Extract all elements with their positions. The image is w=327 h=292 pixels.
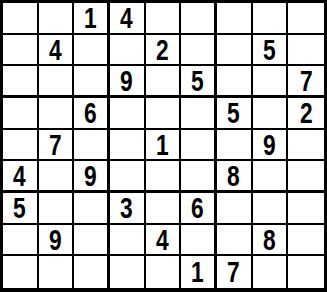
cell-r4c7[interactable]: 5: [217, 98, 253, 130]
cell-r5c6[interactable]: [181, 130, 217, 162]
cell-r1c5[interactable]: [146, 3, 182, 35]
given-digit: 5: [13, 193, 26, 223]
cell-r2c7[interactable]: [217, 35, 253, 67]
cell-r1c4[interactable]: 4: [110, 3, 146, 35]
given-digit: 9: [120, 66, 133, 95]
cell-r7c9[interactable]: [288, 193, 324, 225]
cell-r8c4[interactable]: [110, 225, 146, 257]
cell-r7c2[interactable]: [39, 193, 75, 225]
given-digit: 5: [191, 66, 204, 95]
cell-r6c6[interactable]: [181, 161, 217, 193]
given-digit: 3: [120, 193, 133, 223]
given-digit: 8: [227, 161, 240, 190]
given-digit: 6: [84, 98, 97, 128]
cell-r8c3[interactable]: [74, 225, 110, 257]
given-digit: 4: [120, 3, 133, 33]
given-digit: 2: [156, 35, 169, 65]
cell-r9c7[interactable]: 7: [217, 256, 253, 288]
cell-r7c1[interactable]: 5: [3, 193, 39, 225]
cell-r7c3[interactable]: [74, 193, 110, 225]
cell-r9c2[interactable]: [39, 256, 75, 288]
cell-r3c1[interactable]: [3, 66, 39, 98]
cell-r5c7[interactable]: [217, 130, 253, 162]
cell-r9c5[interactable]: [146, 256, 182, 288]
cell-r8c7[interactable]: [217, 225, 253, 257]
cell-r4c4[interactable]: [110, 98, 146, 130]
cell-r1c1[interactable]: [3, 3, 39, 35]
cell-r9c3[interactable]: [74, 256, 110, 288]
cell-r8c8[interactable]: 8: [253, 225, 289, 257]
cell-r6c2[interactable]: [39, 161, 75, 193]
cell-r5c8[interactable]: 9: [253, 130, 289, 162]
given-digit: 9: [263, 130, 276, 160]
cell-r8c6[interactable]: [181, 225, 217, 257]
cell-r6c1[interactable]: 4: [3, 161, 39, 193]
given-digit: 9: [84, 161, 97, 190]
sudoku-puzzle: 1442595765271949853694817: [0, 0, 327, 292]
given-digit: 7: [227, 257, 240, 287]
cell-r3c4[interactable]: 9: [110, 66, 146, 98]
cell-r1c3[interactable]: 1: [74, 3, 110, 35]
cell-r1c9[interactable]: [288, 3, 324, 35]
cell-r4c3[interactable]: 6: [74, 98, 110, 130]
cell-r7c8[interactable]: [253, 193, 289, 225]
cell-r2c4[interactable]: [110, 35, 146, 67]
cell-r9c4[interactable]: [110, 256, 146, 288]
cell-r7c6[interactable]: 6: [181, 193, 217, 225]
given-digit: 8: [263, 225, 276, 255]
cell-r2c8[interactable]: 5: [253, 35, 289, 67]
given-digit: 5: [263, 35, 276, 65]
cell-r9c6[interactable]: 1: [181, 256, 217, 288]
given-digit: 4: [13, 161, 26, 190]
cell-r1c8[interactable]: [253, 3, 289, 35]
cell-r5c1[interactable]: [3, 130, 39, 162]
cell-r5c5[interactable]: 1: [146, 130, 182, 162]
cell-r3c2[interactable]: [39, 66, 75, 98]
cell-r3c7[interactable]: [217, 66, 253, 98]
cell-r6c5[interactable]: [146, 161, 182, 193]
cell-r4c1[interactable]: [3, 98, 39, 130]
sudoku-board: 1442595765271949853694817: [0, 0, 327, 292]
given-digit: 1: [191, 257, 204, 287]
cell-r3c6[interactable]: 5: [181, 66, 217, 98]
cell-r7c5[interactable]: [146, 193, 182, 225]
cell-r6c8[interactable]: [253, 161, 289, 193]
cell-r6c3[interactable]: 9: [74, 161, 110, 193]
cell-r1c7[interactable]: [217, 3, 253, 35]
given-digit: 5: [227, 98, 240, 128]
cell-r2c1[interactable]: [3, 35, 39, 67]
cell-r6c7[interactable]: 8: [217, 161, 253, 193]
cell-r3c5[interactable]: [146, 66, 182, 98]
given-digit: 6: [191, 193, 204, 223]
cell-r6c9[interactable]: [288, 161, 324, 193]
given-digit: 1: [84, 3, 97, 33]
cell-r9c8[interactable]: [253, 256, 289, 288]
given-digit: 9: [49, 225, 62, 255]
cell-r8c1[interactable]: [3, 225, 39, 257]
cell-r8c5[interactable]: 4: [146, 225, 182, 257]
cell-r2c6[interactable]: [181, 35, 217, 67]
cell-r4c2[interactable]: [39, 98, 75, 130]
cell-r5c9[interactable]: [288, 130, 324, 162]
cell-r5c2[interactable]: 7: [39, 130, 75, 162]
given-digit: 4: [156, 225, 169, 255]
cell-r4c5[interactable]: [146, 98, 182, 130]
cell-r5c3[interactable]: [74, 130, 110, 162]
cell-r7c4[interactable]: 3: [110, 193, 146, 225]
cell-r5c4[interactable]: [110, 130, 146, 162]
given-digit: 7: [49, 130, 62, 160]
cell-r2c3[interactable]: [74, 35, 110, 67]
cell-r9c1[interactable]: [3, 256, 39, 288]
given-digit: 4: [49, 35, 62, 65]
cell-r2c9[interactable]: [288, 35, 324, 67]
cell-r4c8[interactable]: [253, 98, 289, 130]
cell-r7c7[interactable]: [217, 193, 253, 225]
cell-r2c2[interactable]: 4: [39, 35, 75, 67]
cell-r1c2[interactable]: [39, 3, 75, 35]
cell-r6c4[interactable]: [110, 161, 146, 193]
cell-r9c9[interactable]: [288, 256, 324, 288]
cell-r1c6[interactable]: [181, 3, 217, 35]
cell-r8c9[interactable]: [288, 225, 324, 257]
cell-r3c8[interactable]: [253, 66, 289, 98]
cell-r2c5[interactable]: 2: [146, 35, 182, 67]
given-digit: 1: [156, 130, 169, 160]
cell-r4c6[interactable]: [181, 98, 217, 130]
cell-r4c9[interactable]: 2: [288, 98, 324, 130]
cell-r8c2[interactable]: 9: [39, 225, 75, 257]
given-digit: 7: [300, 66, 313, 95]
cell-r3c3[interactable]: [74, 66, 110, 98]
cell-r3c9[interactable]: 7: [288, 66, 324, 98]
given-digit: 2: [300, 98, 313, 128]
